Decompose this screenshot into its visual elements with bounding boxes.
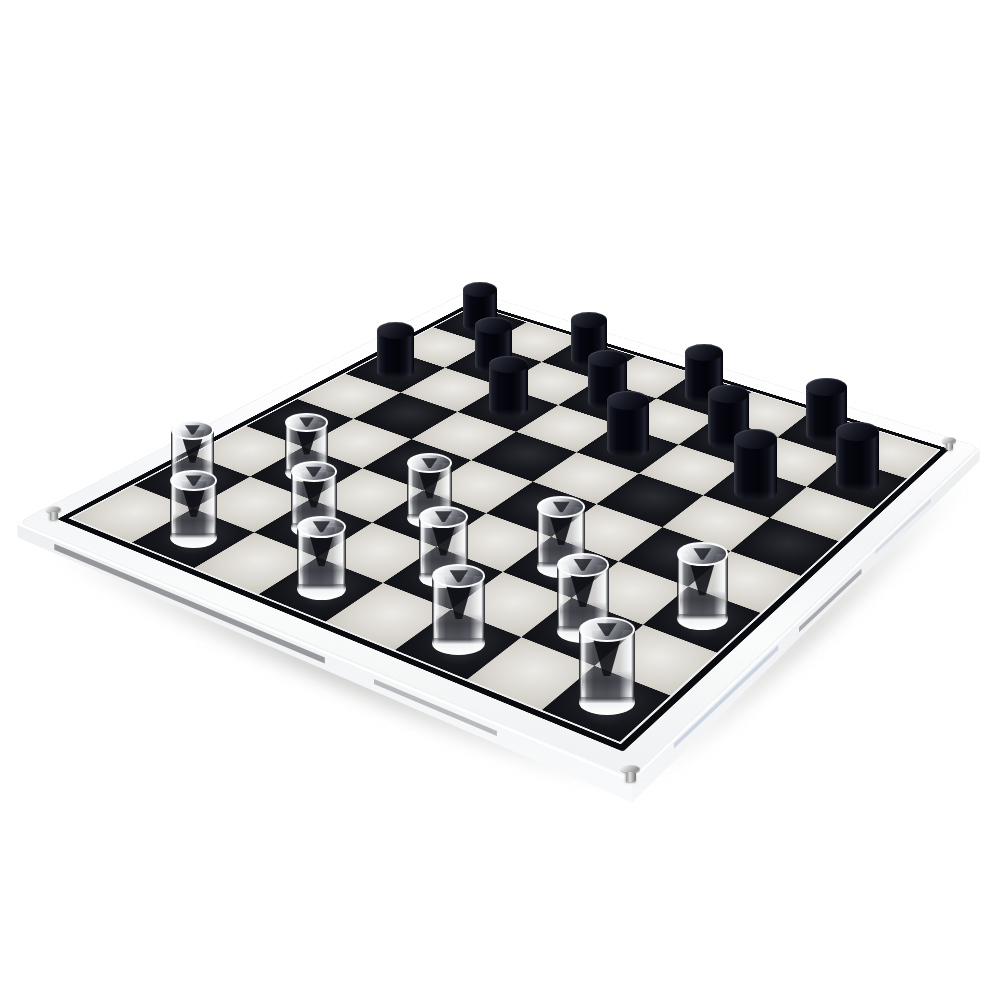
piece-refraction — [170, 533, 217, 548]
piece-refraction — [582, 671, 631, 693]
piece-refraction — [297, 584, 347, 600]
piece-body — [432, 576, 485, 655]
piece-top-face — [677, 542, 728, 565]
clear-piece[interactable] — [170, 470, 217, 548]
piece-top-face — [377, 322, 414, 339]
piece-base-sheen — [489, 409, 528, 417]
piece-top-refraction — [293, 463, 335, 480]
piece-base-sheen — [377, 371, 414, 379]
clear-piece[interactable] — [579, 617, 635, 716]
black-piece[interactable] — [734, 429, 778, 501]
black-piece[interactable] — [489, 356, 528, 417]
piece-top-refraction — [559, 555, 607, 574]
piece-refraction — [579, 697, 635, 716]
piece-top-face — [475, 317, 512, 333]
piece-top-face — [291, 461, 337, 482]
clear-piece[interactable] — [677, 542, 728, 630]
piece-top-refraction — [539, 498, 583, 516]
piece-top-face — [297, 516, 347, 538]
piece-top-refraction — [287, 415, 326, 430]
piece-refraction — [436, 614, 482, 635]
piece-body — [579, 630, 635, 716]
piece-top-face — [557, 553, 609, 576]
piece-top-face — [734, 429, 778, 449]
piece-top-refraction — [581, 619, 633, 640]
piece-top-face — [285, 413, 328, 432]
piece-refraction — [173, 513, 214, 530]
piece-top-face — [419, 506, 468, 528]
piece-top-face — [607, 391, 648, 410]
piece-base-sheen — [836, 483, 879, 493]
piece-base-sheen — [607, 449, 648, 458]
piece-top-refraction — [172, 472, 215, 489]
piece-refraction — [300, 562, 344, 581]
piece-base-sheen — [734, 491, 778, 501]
piece-top-face — [579, 617, 635, 642]
piece-top-face — [171, 420, 214, 440]
black-piece[interactable] — [836, 422, 879, 493]
piece-top-refraction — [173, 422, 212, 438]
checkers-product-photo — [0, 0, 1001, 1001]
piece-refraction — [680, 591, 725, 611]
black-piece[interactable] — [377, 322, 414, 379]
piece-top-face — [537, 496, 585, 518]
piece-top-face — [836, 422, 879, 442]
piece-top-refraction — [409, 455, 450, 471]
piece-top-refraction — [299, 518, 345, 536]
clear-piece[interactable] — [297, 516, 347, 600]
piece-refraction — [677, 614, 728, 631]
clear-piece[interactable] — [432, 564, 485, 655]
piece-top-refraction — [421, 508, 466, 526]
piece-top-refraction — [679, 544, 726, 563]
piece-refraction — [432, 638, 485, 655]
piece-top-face — [708, 385, 749, 403]
black-piece[interactable] — [607, 391, 648, 457]
piece-top-face — [463, 282, 497, 297]
piece-top-refraction — [434, 566, 483, 586]
